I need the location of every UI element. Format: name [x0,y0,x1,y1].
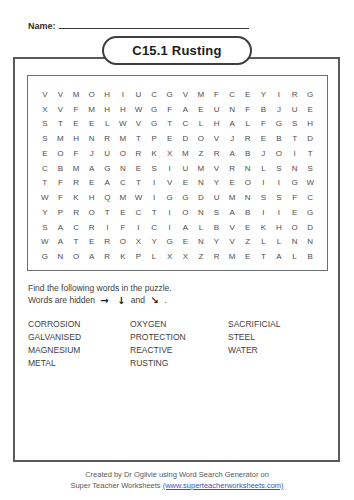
grid-cell: F [53,176,69,191]
grid-cell: N [53,249,69,264]
grid-cell: B [240,146,256,161]
grid-cell: H [99,87,115,102]
word-list-item: METAL [28,358,81,371]
grid-cell: O [53,146,69,161]
word-list-column-2: OXYGENPROTECTIONREACTIVERUSTING [130,319,186,371]
grid-cell: S [146,161,162,176]
grid-cell: L [193,220,209,235]
word-list-item: OXYGEN [130,319,186,332]
grid-cell: W [37,235,53,250]
grid-cell: H [84,190,100,205]
grid-cell: I [271,205,287,220]
footer: Created by Dr Ogilvie using Word Search … [0,469,354,491]
worksheet-page: Name: C15.1 Rusting VVMOHIUCGVMFCEYIRGXV… [0,0,354,500]
grid-cell: O [84,205,100,220]
grid-cell: S [271,161,287,176]
grid-cell: C [177,117,193,132]
grid-cell: Y [209,176,225,191]
grid-cell: I [162,220,178,235]
grid-cell: O [240,176,256,191]
grid-cell: M [84,102,100,117]
grid-cell: N [287,161,303,176]
grid-cell: T [146,205,162,220]
grid-cell: B [302,249,318,264]
grid-cell: Z [193,146,209,161]
grid-cell: R [99,131,115,146]
letter-grid: VVMOHIUCGVMFCEYIRGXVFMHHWGFAEUNFBJUESTEE… [37,87,318,264]
name-field: Name: [28,20,249,31]
grid-cell: S [37,117,53,132]
grid-cell: W [302,176,318,191]
grid-cell: T [287,131,303,146]
page-title-text: C15.1 Rusting [132,43,221,58]
grid-cell: E [162,131,178,146]
grid-cell: I [271,176,287,191]
down-arrow-icon: ↓ [117,295,125,306]
grid-cell: T [131,131,147,146]
grid-cell: V [37,87,53,102]
grid-cell: G [162,190,178,205]
grid-cell: E [115,205,131,220]
grid-cell: Y [37,205,53,220]
grid-cell: T [99,205,115,220]
word-list-item: WATER [228,345,280,358]
grid-cell: N [193,205,209,220]
grid-cell: M [177,146,193,161]
grid-cell: M [53,131,69,146]
grid-cell: S [287,117,303,132]
grid-cell: H [271,220,287,235]
grid-cell: L [240,117,256,132]
grid-cell: C [146,87,162,102]
grid-cell: K [256,220,272,235]
grid-cell: A [224,117,240,132]
grid-cell: N [193,176,209,191]
grid-cell: G [146,102,162,117]
grid-cell: X [37,102,53,117]
grid-cell: G [162,87,178,102]
grid-cell: C [224,87,240,102]
name-blank-line [59,20,249,29]
grid-cell: V [224,235,240,250]
grid-cell: T [256,249,272,264]
grid-cell: A [53,235,69,250]
grid-cell: A [84,161,100,176]
instructions-and-label: and [131,295,145,305]
grid-cell: E [84,235,100,250]
grid-cell: A [99,176,115,191]
grid-cell: T [53,117,69,132]
grid-cell: I [115,87,131,102]
grid-cell: M [68,87,84,102]
grid-cell: G [271,117,287,132]
grid-cell: O [115,146,131,161]
grid-cell: I [162,205,178,220]
grid-cell: M [115,190,131,205]
grid-cell: W [37,190,53,205]
grid-cell: C [131,205,147,220]
grid-cell: S [37,131,53,146]
grid-cell: T [37,176,53,191]
grid-cell: I [256,205,272,220]
grid-cell: C [146,220,162,235]
grid-cell: C [115,176,131,191]
grid-cell: I [287,146,303,161]
grid-cell: F [287,190,303,205]
grid-cell: N [240,190,256,205]
grid-cell: I [99,220,115,235]
grid-cell: X [177,249,193,264]
grid-cell: N [224,102,240,117]
grid-cell: I [271,87,287,102]
grid-cell: F [115,220,131,235]
grid-cell: L [271,235,287,250]
grid-cell: O [287,220,303,235]
grid-cell: G [302,205,318,220]
grid-cell: C [302,190,318,205]
grid-cell: S [302,161,318,176]
grid-cell: M [193,87,209,102]
grid-cell: L [256,235,272,250]
grid-cell: F [256,117,272,132]
grid-cell: Q [99,190,115,205]
grid-cell: D [302,220,318,235]
grid-cell: E [240,249,256,264]
grid-cell: K [146,146,162,161]
grid-cell: S [209,205,225,220]
grid-cell: J [271,102,287,117]
grid-cell: B [209,220,225,235]
word-list-item: RUSTING [130,358,186,371]
grid-cell: X [162,249,178,264]
grid-cell: I [146,176,162,191]
grid-cell: G [99,161,115,176]
grid-cell: F [68,102,84,117]
grid-cell: V [209,131,225,146]
grid-cell: L [99,117,115,132]
grid-cell: V [209,161,225,176]
grid-cell: V [53,102,69,117]
grid-cell: G [302,87,318,102]
grid-cell: W [115,117,131,132]
grid-cell: R [240,131,256,146]
grid-cell: J [84,146,100,161]
grid-cell: I [131,220,147,235]
grid-cell: V [162,176,178,191]
grid-cell: L [193,117,209,132]
grid-cell: E [84,117,100,132]
word-list-item: CORROSION [28,319,81,332]
footer-site-line: Super Teacher Worksheets (www.superteach… [0,480,354,491]
word-list-item: SACRIFICIAL [228,319,280,332]
grid-cell: G [287,176,303,191]
grid-cell: E [131,161,147,176]
grid-cell: V [224,220,240,235]
grid-cell: E [177,235,193,250]
word-search-board: VVMOHIUCGVMFCEYIRGXVFMHHWGFAEUNFBJUESTEE… [27,75,328,271]
grid-cell: D [193,190,209,205]
grid-cell: U [287,102,303,117]
grid-cell: L [146,249,162,264]
grid-cell: S [37,220,53,235]
grid-cell: M [224,190,240,205]
grid-cell: A [271,249,287,264]
grid-cell: J [256,146,272,161]
grid-cell: A [53,220,69,235]
grid-cell: V [53,87,69,102]
instructions-line2-prefix: Words are hidden [28,295,95,305]
grid-cell: R [68,176,84,191]
grid-cell: E [193,102,209,117]
grid-cell: G [37,249,53,264]
grid-cell: E [240,87,256,102]
grid-cell: R [68,205,84,220]
grid-cell: N [115,161,131,176]
grid-cell: O [115,235,131,250]
grid-cell: B [271,131,287,146]
grid-cell: S [256,190,272,205]
grid-cell: X [162,146,178,161]
word-list-item: GALVANISED [28,332,81,345]
grid-cell: F [209,87,225,102]
grid-cell: W [131,190,147,205]
grid-cell: I [162,161,178,176]
grid-cell: R [224,161,240,176]
grid-cell: U [209,102,225,117]
grid-cell: S [271,190,287,205]
grid-cell: O [271,146,287,161]
grid-cell: H [302,117,318,132]
grid-cell: M [224,249,240,264]
grid-cell: O [193,131,209,146]
grid-cell: T [68,235,84,250]
grid-cell: F [53,190,69,205]
website-link[interactable]: (www.superteacherworksheets.com) [163,481,284,490]
word-list-item: REACTIVE [130,345,186,358]
word-list-column-1: CORROSIONGALVANISEDMAGNESIUMMETAL [28,319,81,371]
grid-cell: B [53,161,69,176]
grid-cell: W [131,102,147,117]
grid-cell: T [302,146,318,161]
grid-cell: N [287,235,303,250]
grid-cell: V [131,117,147,132]
grid-cell: M [115,131,131,146]
grid-cell: A [177,220,193,235]
grid-cell: M [68,161,84,176]
grid-cell: A [224,146,240,161]
grid-cell: G [162,235,178,250]
grid-cell: L [256,161,272,176]
grid-cell: U [99,146,115,161]
grid-cell: H [99,102,115,117]
grid-cell: R [131,146,147,161]
grid-cell: A [224,205,240,220]
word-list-item: MAGNESIUM [28,345,81,358]
grid-cell: R [209,146,225,161]
grid-cell: N [84,131,100,146]
grid-cell: I [146,190,162,205]
grid-cell: V [177,87,193,102]
grid-cell: E [240,220,256,235]
grid-cell: C [68,220,84,235]
grid-cell: H [209,117,225,132]
grid-cell: B [240,205,256,220]
word-list-item: STEEL [228,332,280,345]
grid-cell: L [287,249,303,264]
grid-cell: G [177,190,193,205]
instructions-line1: Find the following words in the puzzle. [28,282,172,294]
grid-cell: P [131,249,147,264]
page-title: C15.1 Rusting [102,36,252,65]
grid-cell: E [224,176,240,191]
grid-cell: O [68,249,84,264]
grid-cell: D [177,131,193,146]
down-right-arrow-icon: ↘ [150,295,158,306]
grid-cell: F [162,102,178,117]
grid-cell: T [131,176,147,191]
grid-cell: E [177,176,193,191]
grid-cell: R [99,249,115,264]
grid-cell: N [302,235,318,250]
grid-cell: O [177,205,193,220]
grid-cell: O [84,87,100,102]
instructions-line2: Words are hidden → ↓ and ↘ . [28,294,172,307]
grid-cell: T [162,117,178,132]
grid-cell: E [68,117,84,132]
grid-cell: H [115,102,131,117]
grid-cell: K [115,249,131,264]
grid-cell: A [177,102,193,117]
right-arrow-icon: → [100,295,108,306]
grid-cell: E [302,102,318,117]
grid-cell: E [287,205,303,220]
instructions-period: . [164,295,166,305]
grid-cell: E [256,131,272,146]
grid-cell: R [99,235,115,250]
grid-cell: I [256,176,272,191]
word-list-column-3: SACRIFICIALSTEELWATER [228,319,280,358]
grid-cell: Y [209,235,225,250]
grid-cell: P [53,205,69,220]
grid-cell: U [177,161,193,176]
grid-cell: Z [193,249,209,264]
instructions: Find the following words in the puzzle. … [28,282,172,307]
grid-cell: F [68,146,84,161]
grid-cell: J [224,131,240,146]
grid-cell: K [68,190,84,205]
grid-cell: Y [256,87,272,102]
grid-cell: R [209,249,225,264]
footer-credit-line: Created by Dr Ogilvie using Word Search … [0,469,354,480]
footer-site-prefix: Super Teacher Worksheets [70,481,162,490]
grid-cell: Y [146,235,162,250]
grid-cell: Z [240,235,256,250]
grid-cell: R [84,220,100,235]
grid-cell: M [193,161,209,176]
name-label: Name: [28,21,56,31]
grid-cell: D [302,131,318,146]
grid-cell: F [240,102,256,117]
word-list-item: PROTECTION [130,332,186,345]
grid-cell: G [146,117,162,132]
grid-cell: C [37,161,53,176]
grid-cell: H [68,131,84,146]
grid-cell: X [131,235,147,250]
grid-cell: U [209,190,225,205]
grid-cell: N [240,161,256,176]
grid-cell: B [256,102,272,117]
grid-cell: R [287,87,303,102]
grid-cell: E [37,146,53,161]
grid-cell: A [84,249,100,264]
grid-cell: N [193,235,209,250]
grid-cell: P [146,131,162,146]
grid-cell: U [131,87,147,102]
grid-cell: E [84,176,100,191]
